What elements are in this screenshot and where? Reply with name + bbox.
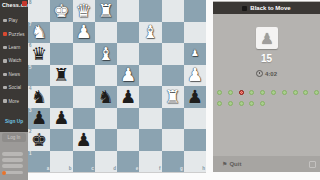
piece-black-pawn[interactable]: ♟ xyxy=(28,108,50,130)
learn-icon xyxy=(3,46,7,50)
streak-dot-solved xyxy=(239,101,244,106)
square-h8[interactable] xyxy=(184,0,206,22)
square-a4[interactable]: 4♞ xyxy=(28,86,50,108)
square-g5[interactable] xyxy=(162,65,184,87)
square-c2[interactable]: ♟ xyxy=(73,129,95,151)
square-e4[interactable]: ♟ xyxy=(117,86,139,108)
pawn-icon: ♟ xyxy=(260,31,273,46)
square-d2[interactable] xyxy=(95,129,117,151)
puzzle-piece-tile: ♟ xyxy=(256,27,278,49)
square-g4[interactable]: ♜ xyxy=(162,86,184,108)
streak-row-1 xyxy=(217,90,319,95)
square-h7[interactable] xyxy=(184,22,206,44)
square-e8[interactable] xyxy=(117,0,139,22)
sidebar-footer-pill[interactable] xyxy=(2,152,23,156)
file-label-e: e xyxy=(136,167,139,172)
rank-label-1: 1 xyxy=(29,152,32,157)
square-c8[interactable]: ♛ xyxy=(73,0,95,22)
square-b2[interactable] xyxy=(50,129,72,151)
piece-black-queen[interactable]: ♛ xyxy=(28,43,50,65)
square-h3[interactable] xyxy=(184,108,206,130)
square-g8[interactable] xyxy=(162,0,184,22)
sidebar-footer-pill[interactable] xyxy=(2,164,23,168)
turn-indicator: Black to Move xyxy=(213,2,320,14)
social-icon xyxy=(3,86,7,90)
square-e2[interactable] xyxy=(117,129,139,151)
square-a5[interactable]: 5 xyxy=(28,65,50,87)
square-c5[interactable] xyxy=(73,65,95,87)
sidebar-item-label: Watch xyxy=(9,58,22,63)
streak-dot-solved xyxy=(293,90,298,95)
square-b4[interactable] xyxy=(50,86,72,108)
sidebar-item-label: Social xyxy=(9,85,22,90)
piece-black-pawn[interactable]: ♟ xyxy=(50,108,72,130)
square-g6[interactable] xyxy=(162,43,184,65)
streak-dot-solved xyxy=(260,90,265,95)
sidebar: Chess.com PlayPuzzlesLearnWatchNewsSocia… xyxy=(0,0,28,180)
sidebar-item-social[interactable]: Social xyxy=(0,81,28,94)
sidebar-item-more[interactable]: More xyxy=(0,94,28,107)
streak-dot-solved xyxy=(282,90,287,95)
sidebar-footer-pill[interactable] xyxy=(2,171,23,175)
square-h5[interactable]: ♟ xyxy=(184,65,206,87)
piece-black-pawn[interactable]: ♟ xyxy=(184,86,206,108)
streak-dot-solved xyxy=(217,90,222,95)
piece-black-knight[interactable]: ♞ xyxy=(95,86,117,108)
streak-dot-solved xyxy=(249,90,254,95)
square-b8[interactable]: ♚ xyxy=(50,0,72,22)
clock: 4:02 xyxy=(213,70,320,77)
footer-accent-icon xyxy=(2,171,6,175)
streak-dot-solved xyxy=(260,101,265,106)
logo-badge-icon xyxy=(22,1,27,6)
streak-dot-solved xyxy=(314,90,319,95)
file-label-h: h xyxy=(202,167,205,172)
quit-button[interactable]: ⚑ Quit xyxy=(213,156,320,172)
puzzle-score: 15 xyxy=(213,53,320,64)
streak-dot-solved xyxy=(217,101,222,106)
square-f1[interactable]: f xyxy=(139,151,161,173)
square-f4[interactable] xyxy=(139,86,161,108)
puzzles-icon xyxy=(3,32,7,36)
square-a6[interactable]: 6♛ xyxy=(28,43,50,65)
square-e3[interactable] xyxy=(117,108,139,130)
sidebar-item-label: More xyxy=(9,99,19,104)
turn-indicator-label: Black to Move xyxy=(250,5,290,11)
square-d4[interactable]: ♞ xyxy=(95,86,117,108)
square-d7[interactable] xyxy=(95,22,117,44)
square-d5[interactable] xyxy=(95,65,117,87)
piece-black-king[interactable]: ♚ xyxy=(28,129,50,151)
square-b7[interactable] xyxy=(50,22,72,44)
file-label-d: d xyxy=(113,167,116,172)
sidebar-item-watch[interactable]: Watch xyxy=(0,54,28,67)
square-g3[interactable] xyxy=(162,108,184,130)
square-a1[interactable]: 1a xyxy=(28,151,50,173)
sidebar-item-label: Puzzles xyxy=(9,32,25,37)
square-f5[interactable] xyxy=(139,65,161,87)
square-h6[interactable]: ♟ xyxy=(184,43,206,65)
square-f7[interactable]: ♝ xyxy=(139,22,161,44)
sidebar-footer-pill[interactable] xyxy=(2,158,23,162)
puzzle-panel: Black to Move ♟ 15 4:02 ⚑ Quit xyxy=(213,1,320,172)
square-c7[interactable]: ♟ xyxy=(73,22,95,44)
piece-black-pawn[interactable]: ♟ xyxy=(73,129,95,151)
piece-white-bishop[interactable]: ♝ xyxy=(95,43,117,65)
square-h1[interactable]: h xyxy=(184,151,206,173)
piece-white-pawn[interactable]: ♟ xyxy=(73,22,95,44)
file-label-a: a xyxy=(47,167,50,172)
sidebar-item-news[interactable]: News xyxy=(0,68,28,81)
square-a2[interactable]: 2♚ xyxy=(28,129,50,151)
streak-dot-solved xyxy=(271,90,276,95)
square-h4[interactable]: ♟ xyxy=(184,86,206,108)
log-in-button[interactable]: Log In xyxy=(2,133,26,142)
news-icon xyxy=(3,73,7,77)
square-f2[interactable] xyxy=(139,129,161,151)
sidebar-nav: PlayPuzzlesLearnWatchNewsSocialMore xyxy=(0,14,28,108)
piece-black-rook[interactable]: ♜ xyxy=(50,65,72,87)
sidebar-item-learn[interactable]: Learn xyxy=(0,41,28,54)
square-c6[interactable] xyxy=(73,43,95,65)
sidebar-item-play[interactable]: Play xyxy=(0,14,28,27)
square-d3[interactable] xyxy=(95,108,117,130)
clock-value: 4:02 xyxy=(265,71,277,77)
square-c4[interactable] xyxy=(73,86,95,108)
streak-dot-solved xyxy=(228,101,233,106)
square-a3[interactable]: 3♟ xyxy=(28,108,50,130)
square-d8[interactable]: ♜ xyxy=(95,0,117,22)
rank-label-5: 5 xyxy=(29,66,32,71)
streak-dot-solved xyxy=(249,101,254,106)
streak-dot-solved xyxy=(228,90,233,95)
square-g2[interactable] xyxy=(162,129,184,151)
flag-icon: ⚑ xyxy=(222,161,227,167)
piece-black-pawn[interactable]: ♟ xyxy=(117,86,139,108)
square-a8[interactable]: 8 xyxy=(28,0,50,22)
piece-white-rook[interactable]: ♜ xyxy=(162,86,184,108)
square-d6[interactable]: ♝ xyxy=(95,43,117,65)
file-label-b: b xyxy=(69,167,72,172)
streak-row-2 xyxy=(217,101,265,106)
watch-icon xyxy=(3,59,7,63)
square-d1[interactable]: d xyxy=(95,151,117,173)
sign-up-link[interactable]: Sign Up xyxy=(5,119,23,124)
board: 8♚♛♜7♞♟♝6♛♝♟5♜♟♟4♞♞♟♜♟3♟♟2♚♟1abcdefgh xyxy=(28,0,206,173)
more-icon xyxy=(3,99,7,103)
square-b1[interactable]: b xyxy=(50,151,72,173)
piece-white-pawn[interactable]: ♟ xyxy=(184,65,206,87)
piece-white-knight[interactable]: ♞ xyxy=(28,22,50,44)
square-b5[interactable]: ♜ xyxy=(50,65,72,87)
piece-white-rook[interactable]: ♜ xyxy=(95,0,117,22)
square-g7[interactable] xyxy=(162,22,184,44)
black-piece-icon xyxy=(242,6,247,11)
play-icon xyxy=(3,19,7,23)
square-e1[interactable]: e xyxy=(117,151,139,173)
square-c1[interactable]: c xyxy=(73,151,95,173)
piece-white-pawn[interactable]: ♟ xyxy=(117,65,139,87)
square-b3[interactable]: ♟ xyxy=(50,108,72,130)
file-label-c: c xyxy=(91,167,94,172)
square-e7[interactable] xyxy=(117,22,139,44)
square-f3[interactable] xyxy=(139,108,161,130)
rank-label-8: 8 xyxy=(29,1,32,6)
square-c3[interactable] xyxy=(73,108,95,130)
square-e6[interactable] xyxy=(117,43,139,65)
file-label-f: f xyxy=(159,167,161,172)
sidebar-item-label: Learn xyxy=(9,45,21,50)
piece-white-queen[interactable]: ♛ xyxy=(73,0,95,22)
square-g1[interactable]: g xyxy=(162,151,184,173)
sidebar-item-puzzles[interactable]: Puzzles xyxy=(0,27,28,40)
page-background xyxy=(28,173,320,180)
sidebar-item-label: News xyxy=(9,72,21,77)
square-a7[interactable]: 7♞ xyxy=(28,22,50,44)
app-window: Chess.com PlayPuzzlesLearnWatchNewsSocia… xyxy=(0,0,320,180)
streak-dot-solved xyxy=(303,90,308,95)
square-b6[interactable] xyxy=(50,43,72,65)
square-h2[interactable] xyxy=(184,129,206,151)
square-f8[interactable] xyxy=(139,0,161,22)
piece-black-knight[interactable]: ♞ xyxy=(28,86,50,108)
piece-white-pawn[interactable]: ♟ xyxy=(184,43,206,65)
square-f6[interactable] xyxy=(139,43,161,65)
sidebar-item-label: Play xyxy=(9,18,18,23)
piece-white-bishop[interactable]: ♝ xyxy=(139,22,161,44)
square-e5[interactable]: ♟ xyxy=(117,65,139,87)
clock-icon xyxy=(256,70,263,77)
piece-white-king[interactable]: ♚ xyxy=(50,0,72,22)
streak-dot-failed xyxy=(239,90,244,95)
file-label-g: g xyxy=(180,167,183,172)
resize-icon[interactable] xyxy=(309,161,316,168)
